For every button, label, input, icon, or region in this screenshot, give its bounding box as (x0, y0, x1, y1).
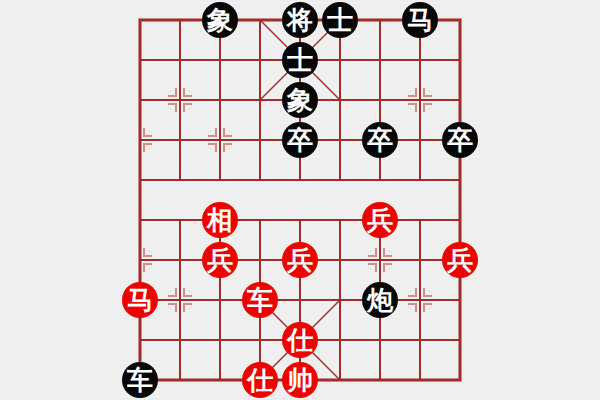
piece-red-soldier[interactable]: 兵 (282, 242, 318, 278)
piece-red-horse[interactable]: 马 (122, 282, 158, 318)
piece-black-advisor[interactable]: 士 (322, 2, 358, 38)
piece-black-soldier[interactable]: 卒 (442, 122, 478, 158)
piece-black-cannon[interactable]: 炮 (362, 282, 398, 318)
piece-black-general[interactable]: 将 (282, 2, 318, 38)
board-pieces-layer: 象将士马士象卒卒卒相兵兵兵兵马车炮仕车仕帅 (120, 0, 480, 400)
piece-black-horse[interactable]: 马 (402, 2, 438, 38)
piece-red-chariot[interactable]: 车 (242, 282, 278, 318)
xiangqi-board[interactable]: 象将士马士象卒卒卒相兵兵兵兵马车炮仕车仕帅 (120, 0, 480, 400)
piece-black-chariot[interactable]: 车 (122, 362, 158, 398)
piece-red-elephant[interactable]: 相 (202, 202, 238, 238)
piece-black-soldier[interactable]: 卒 (282, 122, 318, 158)
piece-red-advisor[interactable]: 仕 (242, 362, 278, 398)
piece-red-advisor[interactable]: 仕 (282, 322, 318, 358)
piece-red-soldier[interactable]: 兵 (362, 202, 398, 238)
xiangqi-app: 象将士马士象卒卒卒相兵兵兵兵马车炮仕车仕帅 (0, 0, 600, 400)
piece-black-elephant[interactable]: 象 (202, 2, 238, 38)
piece-red-general[interactable]: 帅 (282, 362, 318, 398)
piece-black-advisor[interactable]: 士 (282, 42, 318, 78)
piece-red-soldier[interactable]: 兵 (442, 242, 478, 278)
piece-red-soldier[interactable]: 兵 (202, 242, 238, 278)
piece-black-soldier[interactable]: 卒 (362, 122, 398, 158)
piece-black-elephant[interactable]: 象 (282, 82, 318, 118)
